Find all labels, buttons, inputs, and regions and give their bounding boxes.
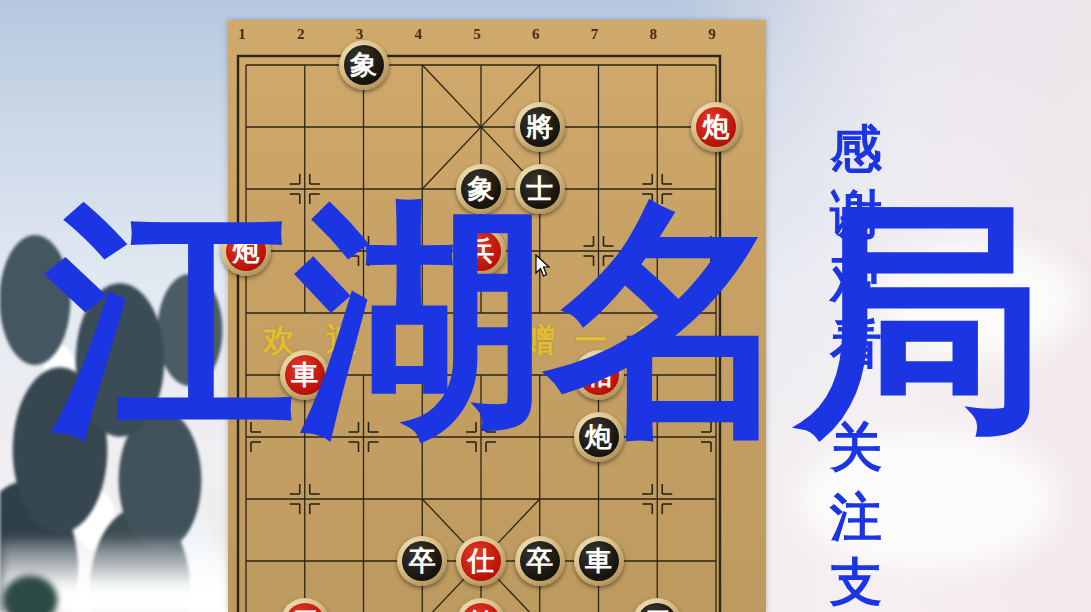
file-label-6: 6 bbox=[526, 26, 546, 43]
piece-glyph: 馬 bbox=[285, 603, 325, 612]
title-overlay: 江湖名局 bbox=[46, 196, 1091, 446]
piece-glyph: 象 bbox=[344, 45, 384, 85]
screenshot-stage: 123456789 欢迎赠一行 象將炮象士炮兵車相炮卒仕卒車馬帥馬 江湖名局 感… bbox=[0, 0, 1091, 612]
piece-glyph: 卒 bbox=[402, 541, 442, 581]
piece-black-象[interactable]: 象 bbox=[339, 40, 389, 90]
file-label-5: 5 bbox=[467, 26, 487, 43]
piece-red-炮[interactable]: 炮 bbox=[691, 102, 741, 152]
side-text-char: 感 bbox=[829, 122, 883, 176]
piece-black-車[interactable]: 車 bbox=[574, 536, 624, 586]
file-label-2: 2 bbox=[291, 26, 311, 43]
piece-red-仕[interactable]: 仕 bbox=[456, 536, 506, 586]
piece-glyph: 將 bbox=[520, 107, 560, 147]
piece-black-卒[interactable]: 卒 bbox=[515, 536, 565, 586]
piece-glyph: 仕 bbox=[461, 541, 501, 581]
file-label-4: 4 bbox=[408, 26, 428, 43]
piece-glyph: 帥 bbox=[461, 603, 501, 612]
file-label-7: 7 bbox=[585, 26, 605, 43]
side-text-char: 注 bbox=[829, 490, 883, 544]
mouse-cursor-icon bbox=[535, 254, 553, 280]
file-label-8: 8 bbox=[643, 26, 663, 43]
file-label-9: 9 bbox=[702, 26, 722, 43]
piece-glyph: 馬 bbox=[637, 603, 677, 612]
piece-glyph: 卒 bbox=[520, 541, 560, 581]
piece-glyph: 炮 bbox=[696, 107, 736, 147]
teal-tree-bottom-left bbox=[0, 560, 90, 612]
piece-glyph: 車 bbox=[579, 541, 619, 581]
piece-black-卒[interactable]: 卒 bbox=[397, 536, 447, 586]
piece-black-將[interactable]: 將 bbox=[515, 102, 565, 152]
side-text-char: 支 bbox=[829, 555, 883, 609]
file-label-1: 1 bbox=[232, 26, 252, 43]
